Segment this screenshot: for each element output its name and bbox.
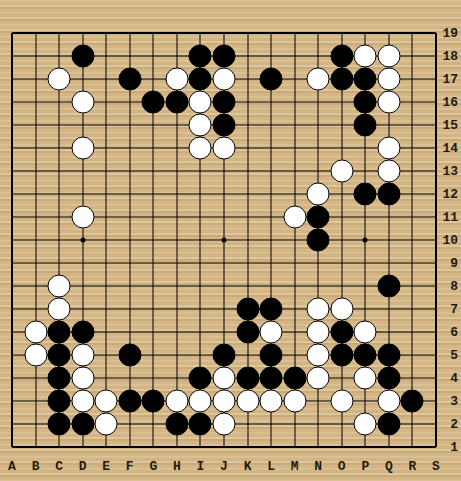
row-label-10: 10 [438, 233, 458, 248]
black-stone[interactable] [330, 344, 353, 367]
black-stone[interactable] [48, 413, 71, 436]
white-stone[interactable] [377, 90, 400, 113]
row-label-18: 18 [438, 49, 458, 64]
white-stone[interactable] [307, 297, 330, 320]
white-stone[interactable] [377, 45, 400, 68]
column-label-D: D [74, 459, 91, 474]
row-label-5: 5 [438, 348, 458, 363]
white-stone[interactable] [307, 367, 330, 390]
row-label-15: 15 [438, 118, 458, 133]
column-label-M: M [286, 459, 303, 474]
black-stone[interactable] [260, 68, 283, 91]
white-stone[interactable] [24, 344, 47, 367]
black-stone[interactable] [71, 321, 94, 344]
white-stone[interactable] [260, 321, 283, 344]
white-stone[interactable] [354, 413, 377, 436]
white-stone[interactable] [377, 137, 400, 160]
white-stone[interactable] [71, 344, 94, 367]
column-label-S: S [428, 459, 445, 474]
white-stone[interactable] [377, 68, 400, 91]
black-stone[interactable] [330, 68, 353, 91]
black-stone[interactable] [377, 183, 400, 206]
white-stone[interactable] [307, 183, 330, 206]
grid-line-horizontal [12, 308, 436, 309]
column-label-C: C [51, 459, 68, 474]
column-label-K: K [239, 459, 256, 474]
go-board-screenshot: ABCDEFGHIJKLMNOPQRS191817161514131211109… [0, 0, 461, 481]
black-stone[interactable] [354, 114, 377, 137]
black-stone[interactable] [377, 344, 400, 367]
black-stone[interactable] [189, 413, 212, 436]
black-stone[interactable] [71, 45, 94, 68]
black-stone[interactable] [354, 68, 377, 91]
white-stone[interactable] [330, 159, 353, 182]
black-stone[interactable] [48, 321, 71, 344]
black-stone[interactable] [260, 297, 283, 320]
row-label-8: 8 [438, 279, 458, 294]
white-stone[interactable] [189, 137, 212, 160]
white-stone[interactable] [48, 275, 71, 298]
white-stone[interactable] [330, 297, 353, 320]
column-label-N: N [310, 459, 327, 474]
white-stone[interactable] [71, 390, 94, 413]
white-stone[interactable] [95, 390, 118, 413]
white-stone[interactable] [165, 68, 188, 91]
white-stone[interactable] [354, 45, 377, 68]
white-stone[interactable] [377, 159, 400, 182]
white-stone[interactable] [24, 321, 47, 344]
column-label-J: J [216, 459, 233, 474]
black-stone[interactable] [48, 344, 71, 367]
black-stone[interactable] [330, 45, 353, 68]
star-point [80, 238, 85, 243]
grid-line-vertical [412, 33, 413, 447]
column-label-L: L [263, 459, 280, 474]
white-stone[interactable] [189, 114, 212, 137]
white-stone[interactable] [48, 297, 71, 320]
white-stone[interactable] [236, 390, 259, 413]
white-stone[interactable] [377, 390, 400, 413]
column-label-I: I [192, 459, 209, 474]
white-stone[interactable] [283, 206, 306, 229]
white-stone[interactable] [213, 390, 236, 413]
column-label-B: B [27, 459, 44, 474]
white-stone[interactable] [330, 390, 353, 413]
black-stone[interactable] [236, 297, 259, 320]
white-stone[interactable] [71, 137, 94, 160]
black-stone[interactable] [401, 390, 424, 413]
star-point [222, 238, 227, 243]
row-label-3: 3 [438, 394, 458, 409]
black-stone[interactable] [189, 68, 212, 91]
black-stone[interactable] [283, 367, 306, 390]
row-label-12: 12 [438, 187, 458, 202]
row-label-14: 14 [438, 141, 458, 156]
black-stone[interactable] [354, 344, 377, 367]
row-label-7: 7 [438, 302, 458, 317]
grid-line-vertical [341, 33, 342, 447]
black-stone[interactable] [118, 68, 141, 91]
white-stone[interactable] [189, 90, 212, 113]
black-stone[interactable] [118, 344, 141, 367]
black-stone[interactable] [307, 206, 330, 229]
white-stone[interactable] [213, 137, 236, 160]
column-label-E: E [98, 459, 115, 474]
white-stone[interactable] [283, 390, 306, 413]
column-label-R: R [404, 459, 421, 474]
black-stone[interactable] [142, 90, 165, 113]
grid-line-horizontal [12, 263, 436, 264]
grid-line-vertical [435, 33, 437, 447]
black-stone[interactable] [354, 90, 377, 113]
black-stone[interactable] [48, 390, 71, 413]
column-label-A: A [4, 459, 21, 474]
star-point [363, 238, 368, 243]
black-stone[interactable] [377, 275, 400, 298]
white-stone[interactable] [71, 90, 94, 113]
black-stone[interactable] [189, 367, 212, 390]
white-stone[interactable] [260, 390, 283, 413]
column-label-P: P [357, 459, 374, 474]
white-stone[interactable] [95, 413, 118, 436]
column-label-F: F [121, 459, 138, 474]
black-stone[interactable] [330, 321, 353, 344]
row-label-1: 1 [438, 440, 458, 455]
black-stone[interactable] [165, 413, 188, 436]
row-label-4: 4 [438, 371, 458, 386]
black-stone[interactable] [213, 114, 236, 137]
black-stone[interactable] [307, 229, 330, 252]
column-label-Q: Q [380, 459, 397, 474]
black-stone[interactable] [236, 321, 259, 344]
go-board-grid[interactable] [12, 33, 436, 447]
white-stone[interactable] [48, 68, 71, 91]
row-label-17: 17 [438, 72, 458, 87]
white-stone[interactable] [213, 68, 236, 91]
row-label-13: 13 [438, 164, 458, 179]
black-stone[interactable] [260, 367, 283, 390]
black-stone[interactable] [189, 45, 212, 68]
column-label-O: O [333, 459, 350, 474]
black-stone[interactable] [236, 367, 259, 390]
row-label-19: 19 [438, 26, 458, 41]
row-label-16: 16 [438, 95, 458, 110]
black-stone[interactable] [71, 413, 94, 436]
row-label-9: 9 [438, 256, 458, 271]
white-stone[interactable] [307, 68, 330, 91]
grid-line-horizontal [12, 446, 436, 448]
column-label-G: G [145, 459, 162, 474]
white-stone[interactable] [213, 367, 236, 390]
black-stone[interactable] [213, 45, 236, 68]
white-stone[interactable] [354, 321, 377, 344]
black-stone[interactable] [377, 413, 400, 436]
black-stone[interactable] [377, 367, 400, 390]
row-label-2: 2 [438, 417, 458, 432]
white-stone[interactable] [189, 390, 212, 413]
white-stone[interactable] [71, 367, 94, 390]
white-stone[interactable] [307, 344, 330, 367]
black-stone[interactable] [260, 344, 283, 367]
row-label-6: 6 [438, 325, 458, 340]
row-label-11: 11 [438, 210, 458, 225]
grid-line-horizontal [12, 286, 436, 287]
black-stone[interactable] [354, 183, 377, 206]
black-stone[interactable] [213, 344, 236, 367]
black-stone[interactable] [213, 90, 236, 113]
black-stone[interactable] [165, 90, 188, 113]
white-stone[interactable] [71, 206, 94, 229]
black-stone[interactable] [142, 390, 165, 413]
white-stone[interactable] [307, 321, 330, 344]
column-label-H: H [168, 459, 185, 474]
white-stone[interactable] [213, 413, 236, 436]
white-stone[interactable] [354, 367, 377, 390]
black-stone[interactable] [118, 390, 141, 413]
black-stone[interactable] [48, 367, 71, 390]
white-stone[interactable] [165, 390, 188, 413]
